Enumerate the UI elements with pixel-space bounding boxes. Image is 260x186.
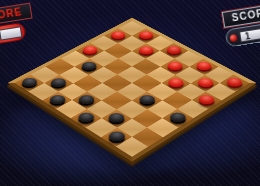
score-right-value: 1 bbox=[239, 28, 260, 42]
score-led-icon bbox=[229, 34, 237, 42]
score-left-value bbox=[0, 26, 22, 40]
score-widget-right: SCORE 1 bbox=[221, 0, 260, 48]
red-piece[interactable] bbox=[224, 76, 245, 88]
